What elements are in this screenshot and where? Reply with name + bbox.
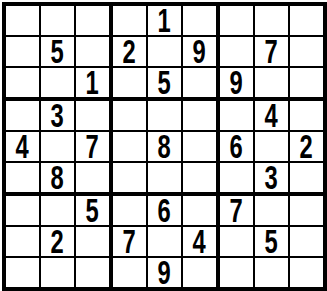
cell-r7c3: 5	[76, 196, 113, 227]
sudoku-board: 1529715934478628356727459	[2, 2, 327, 291]
cell-r2c1[interactable]	[6, 37, 41, 68]
cell-r6c4[interactable]	[113, 163, 148, 196]
given-digit: 5	[158, 66, 171, 99]
cell-r1c3[interactable]	[76, 6, 113, 37]
given-digit: 7	[230, 194, 243, 227]
cell-r2c2: 5	[41, 37, 76, 68]
cell-r8c9[interactable]	[290, 227, 323, 258]
given-digit: 6	[158, 194, 171, 227]
cell-r7c9[interactable]	[290, 196, 323, 227]
cell-r9c1[interactable]	[6, 258, 41, 287]
cell-r5c4[interactable]	[113, 132, 148, 163]
given-digit: 5	[51, 35, 64, 68]
cell-r6c2: 8	[41, 163, 76, 196]
cell-r1c5: 1	[148, 6, 183, 37]
cell-r5c5: 8	[148, 132, 183, 163]
cell-r9c6[interactable]	[183, 258, 220, 287]
cell-r3c9[interactable]	[290, 68, 323, 101]
cell-r8c7[interactable]	[220, 227, 255, 258]
given-digit: 7	[265, 35, 278, 68]
cell-r5c7: 6	[220, 132, 255, 163]
cell-r5c6[interactable]	[183, 132, 220, 163]
cell-r8c2: 2	[41, 227, 76, 258]
cell-r6c8: 3	[255, 163, 290, 196]
cell-r3c7: 9	[220, 68, 255, 101]
given-digit: 5	[265, 225, 278, 258]
cell-r9c5: 9	[148, 258, 183, 287]
given-digit: 4	[193, 225, 206, 258]
given-digit: 5	[86, 194, 99, 227]
cell-r3c1[interactable]	[6, 68, 41, 101]
given-digit: 4	[16, 130, 29, 163]
cell-r8c6: 4	[183, 227, 220, 258]
cell-r9c4[interactable]	[113, 258, 148, 287]
cell-r4c8: 4	[255, 101, 290, 132]
given-digit: 9	[158, 256, 171, 289]
cell-r9c9[interactable]	[290, 258, 323, 287]
given-digit: 1	[158, 4, 171, 37]
given-digit: 3	[265, 161, 278, 194]
cell-r3c3: 1	[76, 68, 113, 101]
given-digit: 7	[86, 130, 99, 163]
given-digit: 2	[123, 35, 136, 68]
given-digit: 6	[230, 130, 243, 163]
cell-r5c9: 2	[290, 132, 323, 163]
given-digit: 9	[230, 66, 243, 99]
cell-r8c4: 7	[113, 227, 148, 258]
given-digit: 3	[51, 99, 64, 132]
cell-r3c4[interactable]	[113, 68, 148, 101]
cell-r9c3[interactable]	[76, 258, 113, 287]
cell-r5c3: 7	[76, 132, 113, 163]
cell-r7c1[interactable]	[6, 196, 41, 227]
given-digit: 2	[300, 130, 313, 163]
cell-r9c7[interactable]	[220, 258, 255, 287]
cell-r2c6: 9	[183, 37, 220, 68]
given-digit: 8	[51, 161, 64, 194]
given-digit: 9	[193, 35, 206, 68]
cell-r8c8: 5	[255, 227, 290, 258]
cell-r2c9[interactable]	[290, 37, 323, 68]
cell-r8c3[interactable]	[76, 227, 113, 258]
cell-r4c6[interactable]	[183, 101, 220, 132]
cell-r6c1[interactable]	[6, 163, 41, 196]
cell-r3c6[interactable]	[183, 68, 220, 101]
cell-r5c1: 4	[6, 132, 41, 163]
cell-r7c7: 7	[220, 196, 255, 227]
given-digit: 2	[51, 225, 64, 258]
given-digit: 8	[158, 130, 171, 163]
cell-r1c1[interactable]	[6, 6, 41, 37]
given-digit: 4	[265, 99, 278, 132]
cell-r6c6[interactable]	[183, 163, 220, 196]
cell-r3c5: 5	[148, 68, 183, 101]
cell-r1c7[interactable]	[220, 6, 255, 37]
cell-r9c2[interactable]	[41, 258, 76, 287]
given-digit: 1	[86, 66, 99, 99]
cell-r2c4: 2	[113, 37, 148, 68]
cell-r7c5: 6	[148, 196, 183, 227]
cell-r4c2: 3	[41, 101, 76, 132]
cell-r1c9[interactable]	[290, 6, 323, 37]
cell-r9c8[interactable]	[255, 258, 290, 287]
cell-r2c8: 7	[255, 37, 290, 68]
cell-r4c4[interactable]	[113, 101, 148, 132]
cell-r8c1[interactable]	[6, 227, 41, 258]
given-digit: 7	[123, 225, 136, 258]
cell-r6c9[interactable]	[290, 163, 323, 196]
